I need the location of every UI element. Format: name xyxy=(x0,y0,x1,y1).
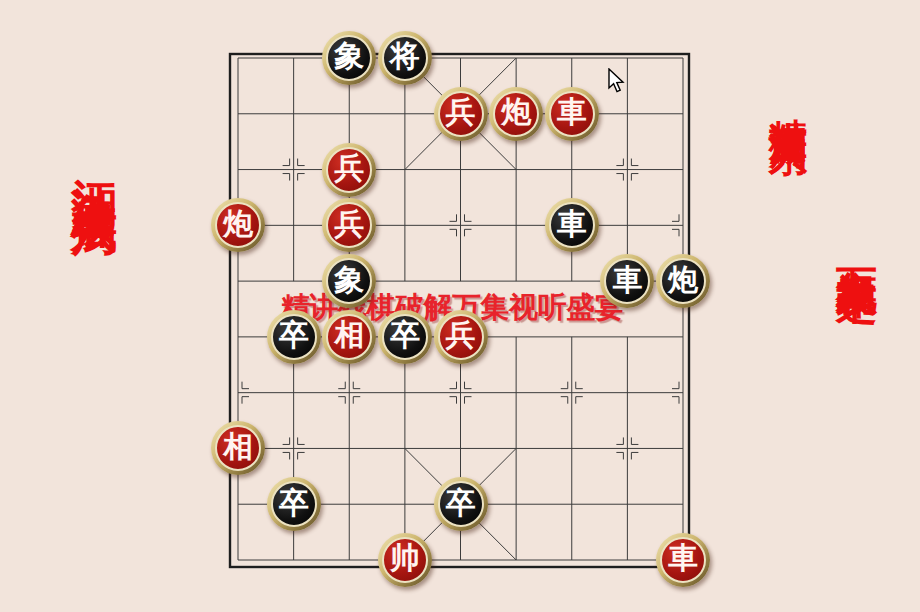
piece-red-cannon[interactable]: 炮 xyxy=(211,198,265,252)
piece-glyph: 相 xyxy=(326,314,372,360)
piece-red-general[interactable]: 帅 xyxy=(378,533,432,587)
piece-red-soldier[interactable]: 兵 xyxy=(434,87,488,141)
right-release-banner: 万集视频发布之中 xyxy=(830,236,885,252)
piece-black-chariot[interactable]: 車 xyxy=(545,198,599,252)
piece-glyph: 象 xyxy=(326,35,372,81)
piece-glyph: 将 xyxy=(382,35,428,81)
piece-glyph: 兵 xyxy=(326,202,372,248)
piece-red-cannon[interactable]: 炮 xyxy=(489,87,543,141)
right-series-banner: 精讲江湖百局系列 xyxy=(762,88,813,112)
left-title-banner: 江湖象棋残局 xyxy=(64,142,126,184)
piece-glyph: 卒 xyxy=(271,314,317,360)
piece-glyph: 象 xyxy=(326,258,372,304)
piece-glyph: 卒 xyxy=(438,481,484,527)
piece-glyph: 兵 xyxy=(438,314,484,360)
piece-glyph: 車 xyxy=(549,202,595,248)
piece-red-soldier[interactable]: 兵 xyxy=(322,198,376,252)
piece-glyph: 兵 xyxy=(438,91,484,137)
piece-black-general[interactable]: 将 xyxy=(378,31,432,85)
piece-black-elephant[interactable]: 象 xyxy=(322,254,376,308)
piece-red-chariot[interactable]: 車 xyxy=(545,87,599,141)
piece-red-elephant[interactable]: 相 xyxy=(322,310,376,364)
piece-black-soldier[interactable]: 卒 xyxy=(267,310,321,364)
piece-glyph: 車 xyxy=(604,258,650,304)
piece-red-soldier[interactable]: 兵 xyxy=(434,310,488,364)
piece-red-elephant[interactable]: 相 xyxy=(211,421,265,475)
page-background: { "game": "xiangqi", "banners": { "left_… xyxy=(0,0,920,612)
piece-red-soldier[interactable]: 兵 xyxy=(322,143,376,197)
piece-black-chariot[interactable]: 車 xyxy=(600,254,654,308)
piece-grid: 象将兵炮車兵炮兵車象車炮卒相卒兵相卒卒帅車 xyxy=(210,30,711,588)
piece-glyph: 炮 xyxy=(215,202,261,248)
piece-black-cannon[interactable]: 炮 xyxy=(656,254,710,308)
piece-red-chariot[interactable]: 車 xyxy=(656,533,710,587)
piece-black-elephant[interactable]: 象 xyxy=(322,31,376,85)
piece-glyph: 相 xyxy=(215,425,261,471)
piece-glyph: 卒 xyxy=(271,481,317,527)
piece-glyph: 炮 xyxy=(493,91,539,137)
piece-glyph: 卒 xyxy=(382,314,428,360)
piece-glyph: 帅 xyxy=(382,537,428,583)
piece-black-soldier[interactable]: 卒 xyxy=(267,477,321,531)
piece-black-soldier[interactable]: 卒 xyxy=(378,310,432,364)
piece-glyph: 車 xyxy=(660,537,706,583)
piece-black-soldier[interactable]: 卒 xyxy=(434,477,488,531)
piece-glyph: 炮 xyxy=(660,258,706,304)
piece-glyph: 兵 xyxy=(326,147,372,193)
piece-glyph: 車 xyxy=(549,91,595,137)
